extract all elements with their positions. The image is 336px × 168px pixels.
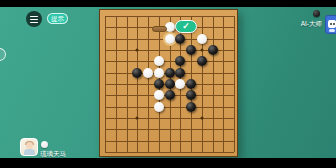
white-stone [154,56,164,66]
black-stone [175,34,185,44]
go-board[interactable]: ✓ [99,9,238,157]
star-point [200,49,203,52]
black-stone [154,79,164,89]
robot-eye [330,23,332,25]
black-stone [165,90,175,100]
black-stone [175,56,185,66]
robot-eye [333,23,335,25]
star-point [136,49,139,52]
menu-button[interactable] [26,11,42,27]
confirm-move-button[interactable]: ✓ [175,20,197,33]
board-grid [105,16,234,152]
grid-line [105,152,234,153]
avatar-head [26,142,33,149]
black-stone [208,45,218,55]
pending-white-stone [165,34,175,44]
capsule-marker [152,26,167,32]
game-stage: 提示 ✓ 琉璃天马 AI-大师 [0,7,336,158]
black-stone [132,68,142,78]
player-black-name: AI-大师 [301,20,322,29]
black-stone [165,68,175,78]
player-white-plate: 琉璃天马 [20,138,38,156]
black-stone [186,102,196,112]
letterbox-bottom [0,158,336,168]
avatar-body [24,149,35,156]
black-stone [197,56,207,66]
robot-avatar[interactable] [325,15,336,34]
black-stone [186,45,196,55]
white-stone [154,68,164,78]
grid-line [105,107,234,108]
player-white-avatar[interactable] [20,138,38,156]
star-point [136,117,139,120]
white-stone-icon [41,141,48,148]
black-stone [186,79,196,89]
black-stone [165,79,175,89]
player-black-plate: AI-大师 [290,8,336,40]
star-point [200,117,203,120]
letterbox-top [0,0,336,7]
grid-line [105,118,234,119]
grid-line [105,141,234,142]
grid-line [223,16,224,152]
white-stone [154,90,164,100]
grid-line [105,129,234,130]
white-stone [175,79,185,89]
black-stone [175,68,185,78]
grid-line [234,16,235,152]
black-stone [186,90,196,100]
white-stone [154,102,164,112]
hamburger-icon [30,16,38,17]
hint-button[interactable]: 提示 [47,13,68,24]
black-stone-icon [313,10,320,17]
white-stone [143,68,153,78]
grid-line [213,16,214,152]
back-handle-icon[interactable] [0,48,6,61]
robot-chin [329,29,335,32]
white-stone [197,34,207,44]
